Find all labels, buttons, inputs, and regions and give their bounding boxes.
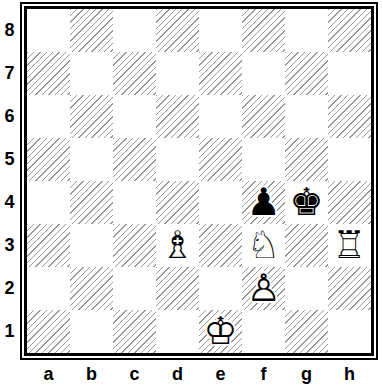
square-a4[interactable] xyxy=(27,181,70,224)
square-d1[interactable] xyxy=(156,310,199,353)
rank-label-3: 3 xyxy=(0,224,19,267)
square-h1[interactable] xyxy=(328,310,371,353)
file-label-b: b xyxy=(70,362,113,387)
square-f5[interactable] xyxy=(242,138,285,181)
square-a2[interactable] xyxy=(27,267,70,310)
white-rook[interactable]: ♖ xyxy=(328,224,371,267)
rank-label-6: 6 xyxy=(0,95,19,138)
white-knight[interactable]: ♘ xyxy=(242,224,285,267)
square-e5[interactable] xyxy=(199,138,242,181)
board-inner-border: ♟♟♚♚♝♗♞♘♜♖♟♙♚♔ xyxy=(24,6,374,356)
square-b2[interactable] xyxy=(70,267,113,310)
rank-label-5: 5 xyxy=(0,138,19,181)
square-f8[interactable] xyxy=(242,9,285,52)
square-b6[interactable] xyxy=(70,95,113,138)
rank-label-1: 1 xyxy=(0,310,19,353)
square-h6[interactable] xyxy=(328,95,371,138)
square-e7[interactable] xyxy=(199,52,242,95)
square-b8[interactable] xyxy=(70,9,113,52)
square-a8[interactable] xyxy=(27,9,70,52)
square-d8[interactable] xyxy=(156,9,199,52)
square-g1[interactable] xyxy=(285,310,328,353)
white-king[interactable]: ♔ xyxy=(199,310,242,353)
square-b5[interactable] xyxy=(70,138,113,181)
file-label-g: g xyxy=(285,362,328,387)
square-c6[interactable] xyxy=(113,95,156,138)
square-c7[interactable] xyxy=(113,52,156,95)
square-g7[interactable] xyxy=(285,52,328,95)
square-a7[interactable] xyxy=(27,52,70,95)
square-f1[interactable] xyxy=(242,310,285,353)
file-label-f: f xyxy=(242,362,285,387)
square-a1[interactable] xyxy=(27,310,70,353)
square-d6[interactable] xyxy=(156,95,199,138)
square-h2[interactable] xyxy=(328,267,371,310)
square-c1[interactable] xyxy=(113,310,156,353)
square-h4[interactable] xyxy=(328,181,371,224)
square-g2[interactable] xyxy=(285,267,328,310)
rank-label-2: 2 xyxy=(0,267,19,310)
square-c3[interactable] xyxy=(113,224,156,267)
white-bishop[interactable]: ♗ xyxy=(156,224,199,267)
square-d3[interactable]: ♝♗ xyxy=(156,224,199,267)
square-a3[interactable] xyxy=(27,224,70,267)
square-h3[interactable]: ♜♖ xyxy=(328,224,371,267)
square-f4[interactable]: ♟♟ xyxy=(242,181,285,224)
square-d4[interactable] xyxy=(156,181,199,224)
square-e2[interactable] xyxy=(199,267,242,310)
square-g6[interactable] xyxy=(285,95,328,138)
square-b1[interactable] xyxy=(70,310,113,353)
square-f7[interactable] xyxy=(242,52,285,95)
square-f3[interactable]: ♞♘ xyxy=(242,224,285,267)
rank-label-4: 4 xyxy=(0,181,19,224)
black-king[interactable]: ♚ xyxy=(285,181,328,224)
square-c5[interactable] xyxy=(113,138,156,181)
chess-diagram: 87654321 ♟♟♚♚♝♗♞♘♜♖♟♙♚♔ abcdefgh xyxy=(0,0,383,387)
square-b3[interactable] xyxy=(70,224,113,267)
square-e6[interactable] xyxy=(199,95,242,138)
square-f6[interactable] xyxy=(242,95,285,138)
square-f2[interactable]: ♟♙ xyxy=(242,267,285,310)
square-g5[interactable] xyxy=(285,138,328,181)
board-frame: ♟♟♚♚♝♗♞♘♜♖♟♙♚♔ xyxy=(20,2,378,360)
square-g8[interactable] xyxy=(285,9,328,52)
square-c8[interactable] xyxy=(113,9,156,52)
chess-board: ♟♟♚♚♝♗♞♘♜♖♟♙♚♔ xyxy=(27,9,371,353)
square-a6[interactable] xyxy=(27,95,70,138)
square-d7[interactable] xyxy=(156,52,199,95)
square-e1[interactable]: ♚♔ xyxy=(199,310,242,353)
square-e3[interactable] xyxy=(199,224,242,267)
square-e4[interactable] xyxy=(199,181,242,224)
square-d2[interactable] xyxy=(156,267,199,310)
file-label-h: h xyxy=(328,362,371,387)
square-h7[interactable] xyxy=(328,52,371,95)
square-e8[interactable] xyxy=(199,9,242,52)
square-h5[interactable] xyxy=(328,138,371,181)
file-label-e: e xyxy=(199,362,242,387)
square-h8[interactable] xyxy=(328,9,371,52)
square-c4[interactable] xyxy=(113,181,156,224)
rank-label-8: 8 xyxy=(0,9,19,52)
square-c2[interactable] xyxy=(113,267,156,310)
square-g4[interactable]: ♚♚ xyxy=(285,181,328,224)
file-label-d: d xyxy=(156,362,199,387)
white-pawn[interactable]: ♙ xyxy=(242,267,285,310)
black-pawn[interactable]: ♟ xyxy=(242,181,285,224)
rank-label-7: 7 xyxy=(0,52,19,95)
file-label-a: a xyxy=(27,362,70,387)
square-b4[interactable] xyxy=(70,181,113,224)
square-a5[interactable] xyxy=(27,138,70,181)
square-g3[interactable] xyxy=(285,224,328,267)
square-d5[interactable] xyxy=(156,138,199,181)
file-label-c: c xyxy=(113,362,156,387)
square-b7[interactable] xyxy=(70,52,113,95)
